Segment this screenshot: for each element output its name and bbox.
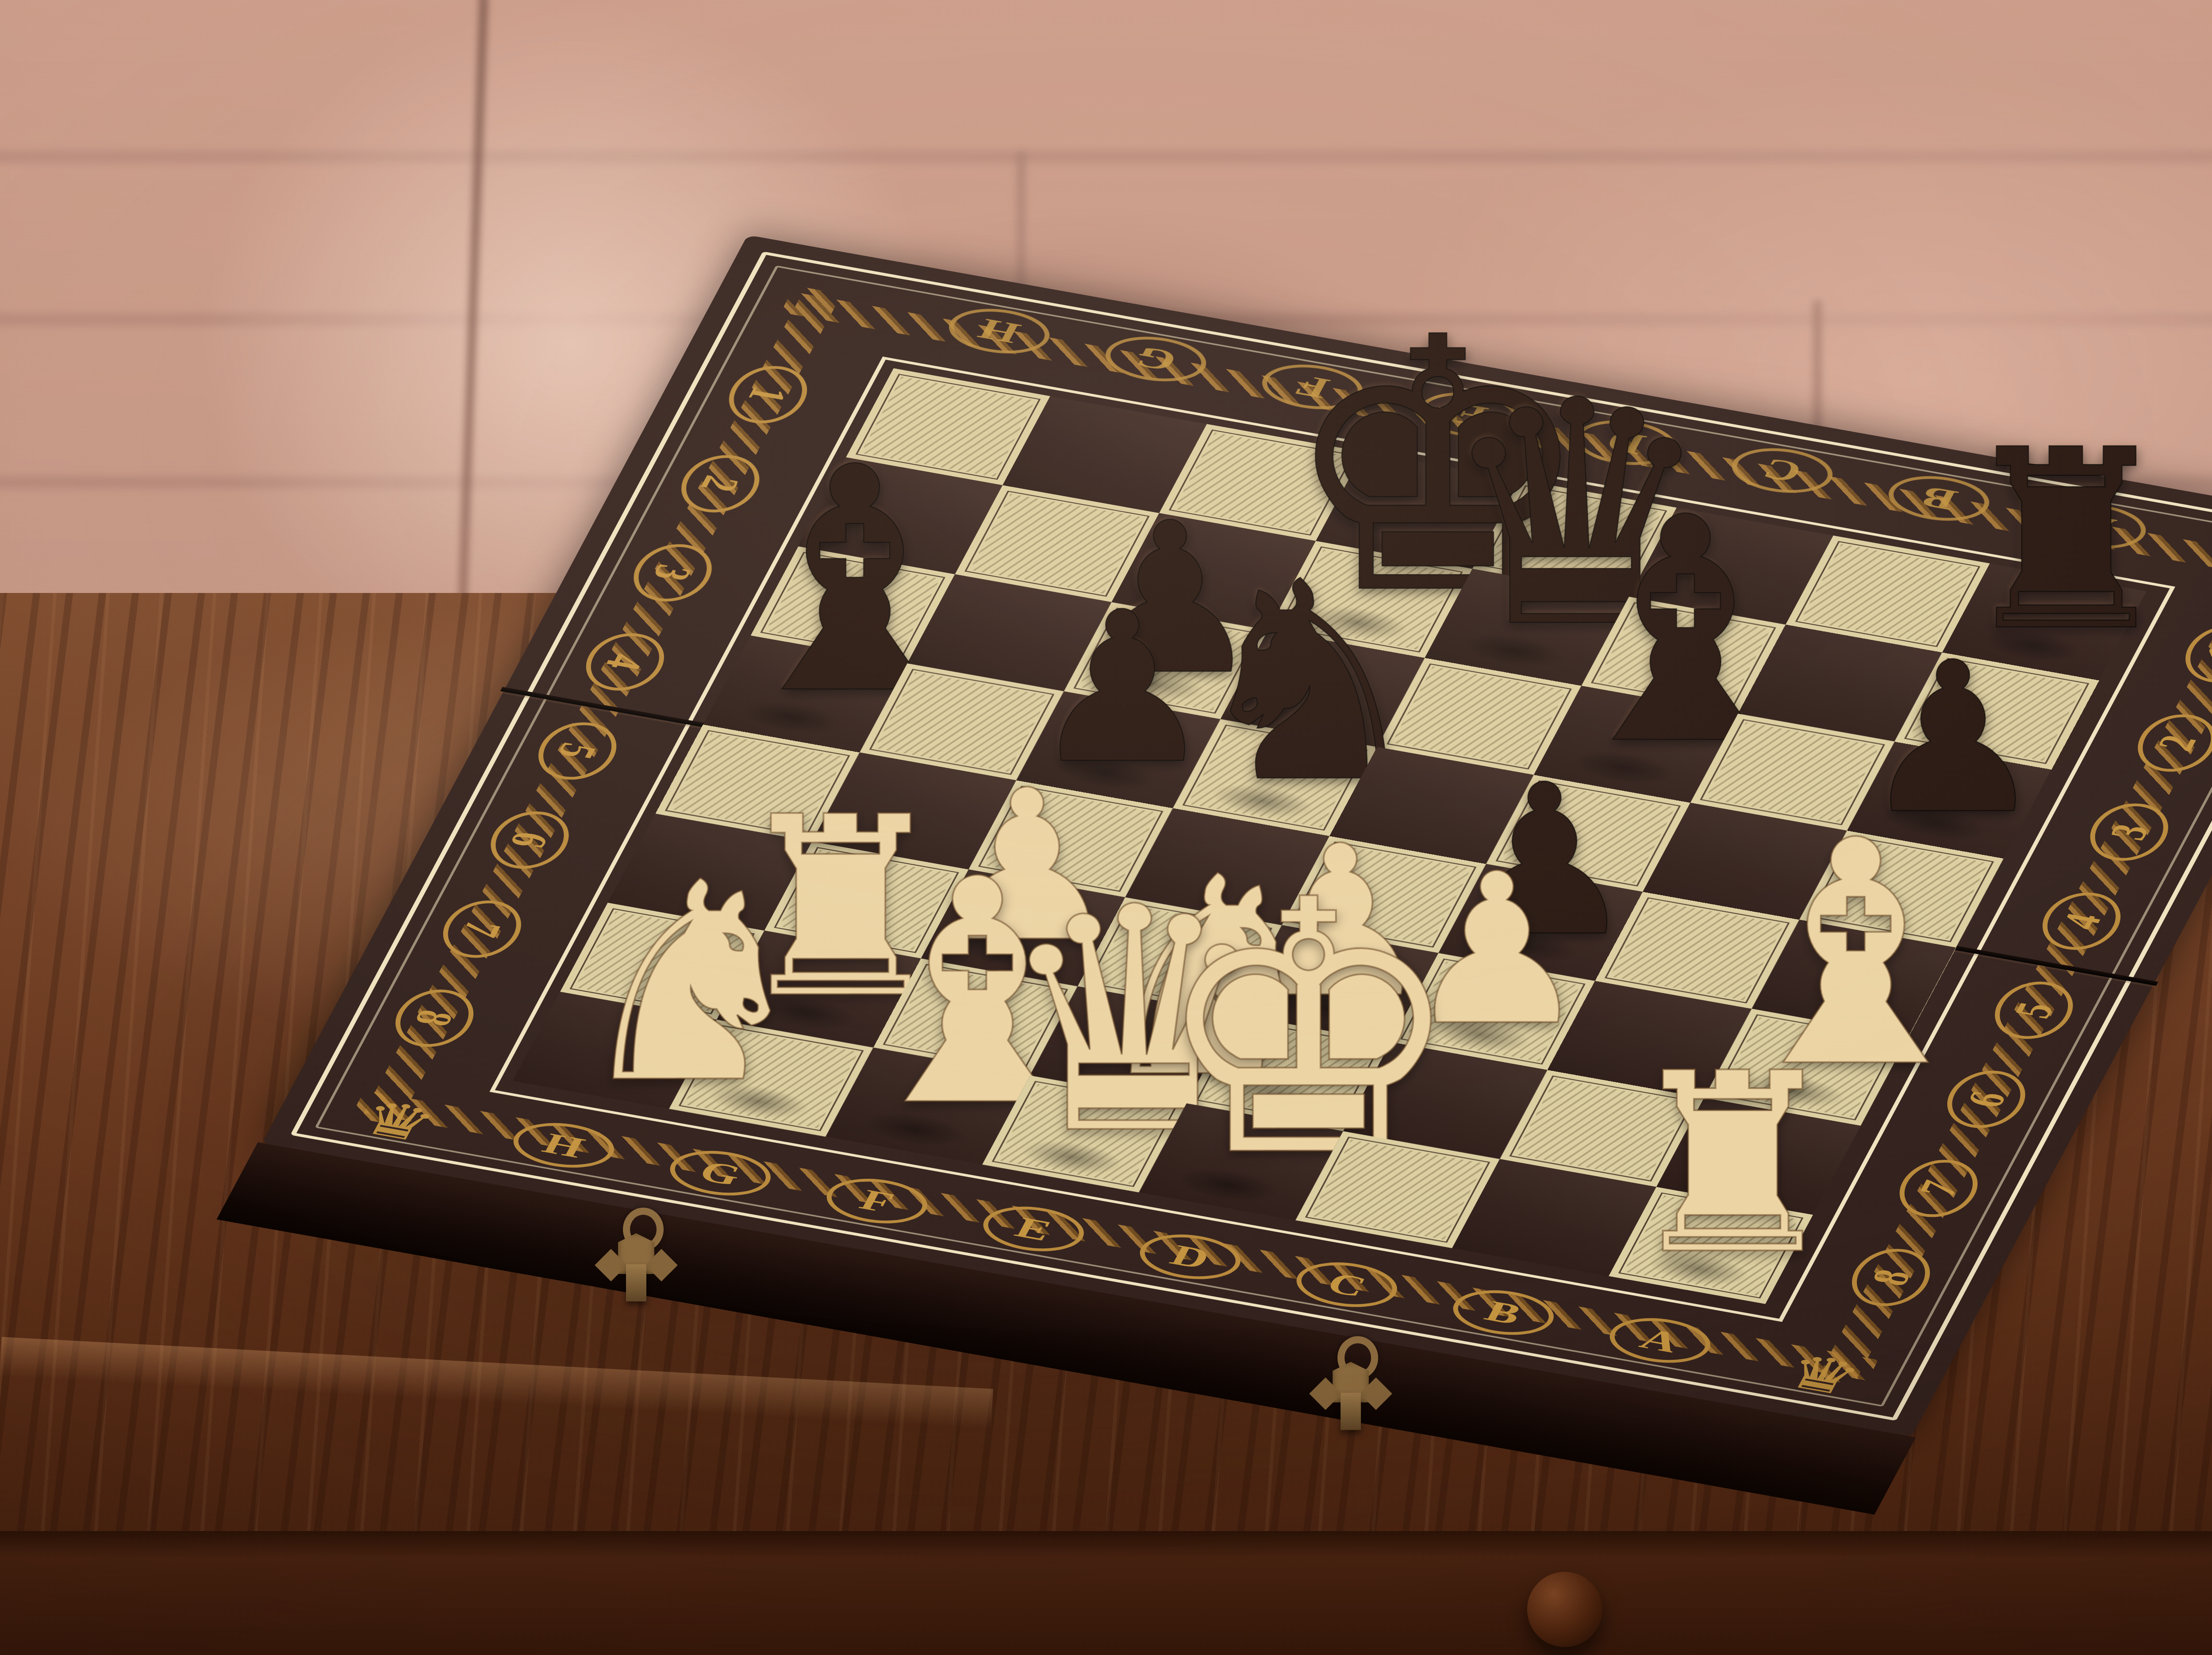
brass-latch-left[interactable] [603, 1208, 669, 1314]
white-rook-a8[interactable]: ♜ [1621, 1040, 1754, 1288]
white-bishop-f8[interactable]: ♝ [838, 839, 971, 1149]
square-a8[interactable]: ♜ [1609, 1187, 1813, 1304]
black-bishop-h4[interactable]: ♝ [716, 427, 849, 737]
white-queen-e8[interactable]: ♛ [995, 867, 1128, 1177]
white-king-d8[interactable]: ♚ [1152, 855, 1284, 1205]
black-knight-e4[interactable]: ♞ [1186, 546, 1318, 820]
drawer-knob[interactable] [1527, 1572, 1602, 1647]
latch-hasp [1340, 1393, 1361, 1430]
photo-scene: ♜♚♛♟♝♟♝♟♞♟♟♟♟♝♜♞♞♝♛♚♜ HHGGFFEEDDCCBBAA11… [0, 0, 2212, 1655]
white-knight-g8[interactable]: ♞ [682, 847, 814, 1121]
brass-latch-right[interactable] [1317, 1336, 1384, 1442]
latch-hasp [626, 1264, 646, 1301]
